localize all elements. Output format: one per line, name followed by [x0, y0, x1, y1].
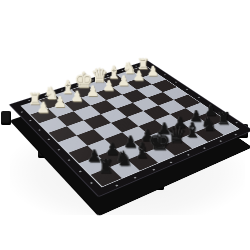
coordinate-tick	[170, 161, 173, 163]
coordinate-tick	[115, 185, 118, 187]
coordinate-tick	[187, 154, 190, 156]
coordinate-tick	[21, 111, 24, 112]
coordinate-tick	[186, 89, 189, 90]
coordinate-tick	[210, 105, 213, 106]
coordinate-tick	[235, 134, 238, 136]
coordinate-tick	[121, 70, 123, 71]
coordinate-tick	[38, 129, 41, 131]
coordinate-tick	[44, 95, 47, 96]
coordinate-tick	[61, 89, 64, 90]
coordinate-tick	[236, 122, 239, 124]
board-foot	[1, 111, 11, 125]
product-photo: ♜♞♝♚♛♝♞♜♟♟♟♟♟♟♟♟♟♟♟♟♟♟♟♟♜♞♝♚♛♝♞♜	[0, 0, 250, 250]
coordinate-tick	[134, 177, 137, 179]
coordinate-tick	[29, 120, 32, 122]
coordinate-tick	[107, 75, 109, 76]
coordinate-tick	[152, 169, 155, 171]
coordinate-tick	[219, 140, 222, 142]
coordinate-tick	[92, 79, 94, 80]
coordinate-tick	[76, 84, 79, 85]
coordinate-tick	[135, 66, 137, 67]
coordinate-tick	[197, 97, 200, 98]
coordinate-tick	[68, 159, 71, 161]
coordinate-tick	[164, 74, 167, 75]
coordinate-tick	[57, 149, 60, 151]
coordinate-tick	[203, 147, 206, 149]
coordinate-tick	[90, 182, 93, 184]
coordinate-tick	[28, 100, 31, 101]
coordinate-tick	[175, 81, 178, 82]
coordinate-tick	[154, 67, 156, 68]
coordinate-tick	[79, 170, 82, 172]
coordinate-tick	[222, 113, 225, 114]
coordinate-tick	[48, 139, 51, 141]
